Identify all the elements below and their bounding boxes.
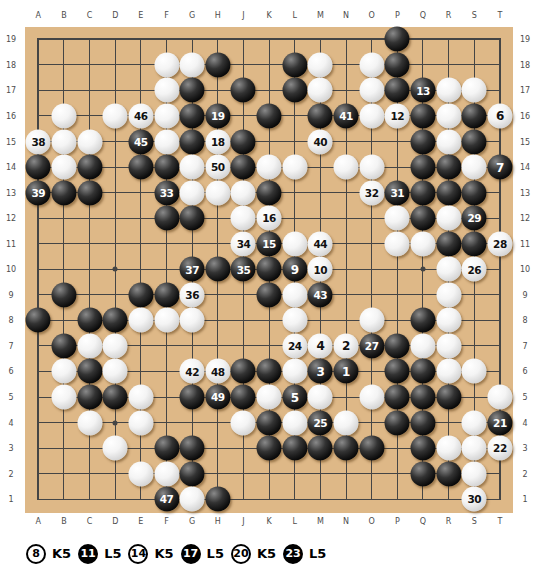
black-stone-A13: 39	[26, 180, 51, 205]
move-number-label: 33	[160, 187, 174, 198]
black-stone-J15	[231, 129, 256, 154]
black-stone-N3	[334, 436, 359, 461]
column-label-top: Q	[420, 11, 426, 20]
column-label-top: D	[112, 11, 118, 20]
white-stone-L6	[282, 359, 307, 384]
white-stone-B15	[51, 129, 76, 154]
row-label-left: 18	[6, 60, 16, 69]
white-stone-S6	[462, 359, 487, 384]
move-number-label: 36	[185, 290, 199, 301]
black-stone-P13: 31	[385, 180, 410, 205]
black-stone-S15	[462, 129, 487, 154]
white-stone-S14	[462, 155, 487, 180]
row-label-right: 18	[520, 60, 530, 69]
row-label-right: 6	[522, 367, 527, 376]
white-stone-D3	[103, 436, 128, 461]
row-label-left: 2	[8, 469, 13, 478]
white-stone-C15	[77, 129, 102, 154]
column-label-bottom: B	[61, 517, 67, 526]
column-label-top: M	[317, 11, 324, 20]
caption-point: L5	[207, 546, 224, 561]
black-stone-G12	[180, 206, 205, 231]
white-stone-R6	[436, 359, 461, 384]
caption-point: K5	[52, 546, 71, 561]
black-stone-C14	[77, 155, 102, 180]
column-label-bottom: F	[164, 517, 169, 526]
row-label-right: 11	[520, 239, 530, 248]
black-stone-L10: 9	[282, 257, 307, 282]
move-number-label: 18	[211, 136, 225, 147]
black-stone-O3	[359, 436, 384, 461]
white-stone-B16	[51, 103, 76, 128]
white-stone-F17	[154, 78, 179, 103]
black-stone-H18	[205, 52, 230, 77]
white-stone-S10: 26	[462, 257, 487, 282]
black-stone-D8	[103, 308, 128, 333]
move-number-label: 19	[211, 111, 225, 122]
white-stone-M7: 4	[308, 333, 333, 358]
row-label-right: 2	[522, 469, 527, 478]
black-stone-G15	[180, 129, 205, 154]
row-label-right: 17	[520, 86, 530, 95]
move-number-label: 49	[211, 392, 225, 403]
move-number-label: 2	[342, 340, 350, 352]
column-label-bottom: Q	[420, 517, 426, 526]
row-label-right: 9	[522, 290, 527, 299]
row-label-right: 14	[520, 163, 530, 172]
row-label-left: 5	[8, 393, 13, 402]
black-stone-T14: 7	[487, 155, 512, 180]
move-number-label: 25	[314, 417, 328, 428]
black-stone-Q5	[410, 385, 435, 410]
caption-point: L5	[104, 546, 121, 561]
black-stone-J17	[231, 78, 256, 103]
move-number-label: 26	[467, 264, 481, 275]
black-stone-J14	[231, 155, 256, 180]
move-number-label: 1	[342, 365, 350, 377]
black-stone-H16: 19	[205, 103, 230, 128]
white-stone-N14	[334, 155, 359, 180]
black-stone-A8	[26, 308, 51, 333]
caption-point: K5	[154, 546, 173, 561]
column-label-top: K	[266, 11, 271, 20]
white-stone-R7	[436, 333, 461, 358]
move-number-label: 13	[416, 85, 430, 96]
row-label-right: 15	[520, 137, 530, 146]
white-stone-N7: 2	[334, 333, 359, 358]
column-label-bottom: L	[293, 517, 297, 526]
black-stone-P19	[385, 27, 410, 52]
black-stone-S11	[462, 231, 487, 256]
move-number-label: 16	[262, 213, 276, 224]
row-label-right: 5	[522, 393, 527, 402]
black-stone-R5	[436, 385, 461, 410]
black-stone-N16: 41	[334, 103, 359, 128]
black-stone-Q17: 13	[410, 78, 435, 103]
white-stone-B6	[51, 359, 76, 384]
white-move-circle: 8	[26, 544, 46, 564]
black-stone-P17	[385, 78, 410, 103]
move-number-label: 50	[211, 162, 225, 173]
move-number-label: 4	[316, 340, 324, 352]
black-stone-M3	[308, 436, 333, 461]
row-label-left: 4	[8, 418, 13, 427]
move-number-label: 10	[314, 264, 328, 275]
black-stone-G3	[180, 436, 205, 461]
row-label-left: 3	[8, 444, 13, 453]
black-stone-L17	[282, 78, 307, 103]
caption-point: L5	[309, 546, 326, 561]
white-stone-T3: 22	[487, 436, 512, 461]
white-stone-G6: 42	[180, 359, 205, 384]
white-stone-G13	[180, 180, 205, 205]
white-stone-G8	[180, 308, 205, 333]
column-label-bottom: M	[317, 517, 324, 526]
black-stone-O7: 27	[359, 333, 384, 358]
black-stone-H5: 49	[205, 385, 230, 410]
column-label-top: T	[497, 11, 502, 20]
column-label-top: O	[369, 11, 375, 20]
column-label-bottom: N	[343, 517, 349, 526]
column-label-bottom: H	[215, 517, 221, 526]
column-label-top: E	[138, 11, 143, 20]
column-label-top: L	[293, 11, 297, 20]
row-label-left: 7	[8, 341, 13, 350]
black-stone-C13	[77, 180, 102, 205]
white-stone-A15: 38	[26, 129, 51, 154]
black-stone-A14	[26, 155, 51, 180]
black-stone-M9: 43	[308, 282, 333, 307]
white-stone-L11	[282, 231, 307, 256]
white-stone-Q11	[410, 231, 435, 256]
white-stone-R8	[436, 308, 461, 333]
column-label-top: A	[36, 11, 41, 20]
row-label-right: 10	[520, 265, 530, 274]
row-label-right: 3	[522, 444, 527, 453]
white-stone-M5	[308, 385, 333, 410]
row-label-left: 9	[8, 290, 13, 299]
move-number-label: 41	[339, 111, 353, 122]
black-stone-C5	[77, 385, 102, 410]
black-stone-M16	[308, 103, 333, 128]
column-label-bottom: J	[242, 517, 244, 526]
column-label-bottom: P	[395, 517, 400, 526]
move-number-label: 30	[467, 494, 481, 505]
white-stone-S1: 30	[462, 487, 487, 512]
white-stone-K5	[257, 385, 282, 410]
black-stone-K3	[257, 436, 282, 461]
star-point	[113, 420, 118, 425]
white-stone-H6: 48	[205, 359, 230, 384]
row-label-right: 4	[522, 418, 527, 427]
white-stone-R15	[436, 129, 461, 154]
column-label-bottom: C	[87, 517, 93, 526]
white-stone-M17	[308, 78, 333, 103]
move-number-label: 21	[493, 417, 507, 428]
row-label-right: 8	[522, 316, 527, 325]
black-stone-G16	[180, 103, 205, 128]
black-stone-L18	[282, 52, 307, 77]
black-stone-P5	[385, 385, 410, 410]
white-stone-G1	[180, 487, 205, 512]
white-stone-C7	[77, 333, 102, 358]
white-stone-E8	[128, 308, 153, 333]
column-label-top: J	[242, 11, 244, 20]
row-label-left: 17	[6, 86, 16, 95]
column-label-bottom: G	[189, 517, 195, 526]
white-stone-F8	[154, 308, 179, 333]
caption-entry: 14K5	[128, 544, 173, 564]
column-label-top: N	[343, 11, 349, 20]
move-number-label: 28	[493, 238, 507, 249]
black-stone-Q14	[410, 155, 435, 180]
white-stone-O16	[359, 103, 384, 128]
move-number-label: 48	[211, 366, 225, 377]
star-point	[113, 267, 118, 272]
white-stone-O5	[359, 385, 384, 410]
white-stone-L9	[282, 282, 307, 307]
black-stone-J10: 35	[231, 257, 256, 282]
row-label-right: 13	[520, 188, 530, 197]
black-stone-R14	[436, 155, 461, 180]
black-stone-J6	[231, 359, 256, 384]
move-number-label: 35	[237, 264, 251, 275]
row-label-right: 19	[520, 35, 530, 44]
row-label-left: 11	[6, 239, 16, 248]
black-stone-K4	[257, 410, 282, 435]
row-label-left: 10	[6, 265, 16, 274]
black-stone-Q12	[410, 206, 435, 231]
white-stone-E5	[128, 385, 153, 410]
black-stone-M6: 3	[308, 359, 333, 384]
black-stone-L5: 5	[282, 385, 307, 410]
move-number-label: 29	[467, 213, 481, 224]
black-stone-Q3	[410, 436, 435, 461]
white-stone-B14	[51, 155, 76, 180]
move-number-label: 27	[365, 341, 379, 352]
move-number-label: 9	[291, 263, 299, 275]
white-stone-H15: 18	[205, 129, 230, 154]
black-stone-P18	[385, 52, 410, 77]
black-stone-G5	[180, 385, 205, 410]
move-number-label: 12	[391, 111, 405, 122]
row-label-left: 13	[6, 188, 16, 197]
column-label-top: F	[164, 11, 169, 20]
white-move-circle: 20	[231, 544, 251, 564]
move-number-label: 15	[262, 238, 276, 249]
black-stone-B9	[51, 282, 76, 307]
black-stone-M4: 25	[308, 410, 333, 435]
black-stone-S13	[462, 180, 487, 205]
black-stone-F14	[154, 155, 179, 180]
caption-entry: 20K5	[231, 544, 276, 564]
move-number-label: 6	[496, 110, 504, 122]
black-stone-F1: 47	[154, 487, 179, 512]
column-label-bottom: R	[446, 517, 452, 526]
row-label-left: 12	[6, 214, 16, 223]
white-stone-O18	[359, 52, 384, 77]
black-stone-E9	[128, 282, 153, 307]
row-label-right: 1	[522, 495, 527, 504]
white-stone-S2	[462, 461, 487, 486]
white-stone-O14	[359, 155, 384, 180]
caption-point: K5	[257, 546, 276, 561]
white-stone-T16: 6	[487, 103, 512, 128]
black-stone-P6	[385, 359, 410, 384]
white-stone-G14	[180, 155, 205, 180]
column-label-bottom: A	[36, 517, 41, 526]
black-stone-K16	[257, 103, 282, 128]
ko-caption: 8K511L514K517L520K523L5	[26, 542, 333, 565]
caption-entry: 23L5	[283, 544, 326, 564]
white-stone-E4	[128, 410, 153, 435]
white-stone-F18	[154, 52, 179, 77]
white-stone-J4	[231, 410, 256, 435]
row-label-left: 19	[6, 35, 16, 44]
black-stone-Q6	[410, 359, 435, 384]
star-point	[420, 267, 425, 272]
white-stone-G18	[180, 52, 205, 77]
black-stone-P7	[385, 333, 410, 358]
white-stone-R17	[436, 78, 461, 103]
black-stone-S16	[462, 103, 487, 128]
white-stone-F16	[154, 103, 179, 128]
white-stone-T11: 28	[487, 231, 512, 256]
move-number-label: 42	[185, 366, 199, 377]
white-stone-M11: 44	[308, 231, 333, 256]
row-label-left: 14	[6, 163, 16, 172]
move-number-label: 5	[291, 391, 299, 403]
move-number-label: 40	[314, 136, 328, 147]
move-number-label: 31	[391, 187, 405, 198]
black-stone-K10	[257, 257, 282, 282]
move-number-label: 39	[31, 187, 45, 198]
black-stone-H10	[205, 257, 230, 282]
column-label-bottom: K	[266, 517, 271, 526]
black-stone-R2	[436, 461, 461, 486]
column-label-bottom: T	[497, 517, 502, 526]
move-number-label: 7	[496, 161, 504, 173]
black-stone-N6: 1	[334, 359, 359, 384]
row-label-right: 12	[520, 214, 530, 223]
white-stone-M18	[308, 52, 333, 77]
column-label-bottom: E	[138, 517, 143, 526]
black-stone-B7	[51, 333, 76, 358]
black-stone-E14	[128, 155, 153, 180]
white-stone-D6	[103, 359, 128, 384]
black-stone-E15: 45	[128, 129, 153, 154]
move-number-label: 32	[365, 187, 379, 198]
black-stone-J5	[231, 385, 256, 410]
black-stone-L3	[282, 436, 307, 461]
white-stone-S3	[462, 436, 487, 461]
black-stone-Q15	[410, 129, 435, 154]
black-stone-D5	[103, 385, 128, 410]
white-stone-G9: 36	[180, 282, 205, 307]
row-label-left: 1	[8, 495, 13, 504]
white-stone-R9	[436, 282, 461, 307]
white-stone-L4	[282, 410, 307, 435]
black-stone-K9	[257, 282, 282, 307]
black-stone-Q4	[410, 410, 435, 435]
white-stone-P16: 12	[385, 103, 410, 128]
column-label-top: C	[87, 11, 93, 20]
white-stone-R16	[436, 103, 461, 128]
white-stone-N4	[334, 410, 359, 435]
white-stone-J13	[231, 180, 256, 205]
black-stone-Q8	[410, 308, 435, 333]
white-stone-O17	[359, 78, 384, 103]
white-stone-D16	[103, 103, 128, 128]
row-label-left: 8	[8, 316, 13, 325]
white-stone-L8	[282, 308, 307, 333]
white-stone-H14: 50	[205, 155, 230, 180]
white-stone-P12	[385, 206, 410, 231]
black-stone-K13	[257, 180, 282, 205]
move-number-label: 43	[314, 290, 328, 301]
black-move-circle: 11	[78, 544, 98, 564]
white-stone-C4	[77, 410, 102, 435]
black-stone-G2	[180, 461, 205, 486]
column-label-bottom: O	[369, 517, 375, 526]
black-stone-B13	[51, 180, 76, 205]
move-number-label: 37	[185, 264, 199, 275]
white-stone-S17	[462, 78, 487, 103]
black-stone-G17	[180, 78, 205, 103]
white-stone-O13: 32	[359, 180, 384, 205]
white-stone-Q7	[410, 333, 435, 358]
black-stone-K6	[257, 359, 282, 384]
black-stone-Q13	[410, 180, 435, 205]
move-number-label: 45	[134, 136, 148, 147]
black-move-circle: 17	[181, 544, 201, 564]
white-stone-D7	[103, 333, 128, 358]
row-label-left: 15	[6, 137, 16, 146]
black-stone-F12	[154, 206, 179, 231]
white-stone-K12: 16	[257, 206, 282, 231]
white-stone-J11: 34	[231, 231, 256, 256]
row-label-left: 16	[6, 111, 16, 120]
row-label-right: 16	[520, 111, 530, 120]
row-label-right: 7	[522, 341, 527, 350]
column-label-top: B	[61, 11, 67, 20]
black-stone-F3	[154, 436, 179, 461]
white-stone-R3	[436, 436, 461, 461]
white-stone-H13	[205, 180, 230, 205]
black-stone-F13: 33	[154, 180, 179, 205]
white-stone-E2	[128, 461, 153, 486]
move-number-label: 22	[493, 443, 507, 454]
move-number-label: 47	[160, 494, 174, 505]
black-stone-G10: 37	[180, 257, 205, 282]
white-stone-L7: 24	[282, 333, 307, 358]
column-label-top: R	[446, 11, 452, 20]
caption-entry: 8K5	[26, 544, 71, 564]
white-stone-R12	[436, 206, 461, 231]
white-stone-F2	[154, 461, 179, 486]
white-stone-P11	[385, 231, 410, 256]
column-label-top: G	[189, 11, 195, 20]
black-stone-K11: 15	[257, 231, 282, 256]
move-number-label: 24	[288, 341, 302, 352]
go-diagram-page: AABBCCDDEEFFGGHHJJKKLLMMNNOOPPQQRRSSTT19…	[0, 0, 540, 578]
white-stone-L14	[282, 155, 307, 180]
white-stone-B5	[51, 385, 76, 410]
black-stone-R13	[436, 180, 461, 205]
move-number-label: 34	[237, 238, 251, 249]
black-stone-H1	[205, 487, 230, 512]
white-stone-M10: 10	[308, 257, 333, 282]
